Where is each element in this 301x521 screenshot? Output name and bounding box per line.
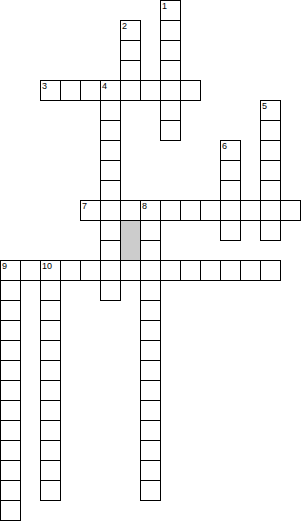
grid-cell[interactable]: 2	[120, 20, 141, 41]
grid-cell[interactable]	[260, 220, 281, 241]
grid-cell[interactable]	[100, 280, 121, 301]
grid-cell[interactable]	[180, 80, 201, 101]
grid-cell[interactable]	[160, 260, 181, 281]
grid-cell[interactable]	[140, 380, 161, 401]
grid-cell[interactable]	[220, 220, 241, 241]
grid-cell[interactable]	[260, 160, 281, 181]
grid-cell[interactable]	[80, 260, 101, 281]
grid-cell[interactable]	[260, 260, 281, 281]
grid-cell[interactable]: 1	[160, 0, 181, 21]
grid-cell[interactable]	[80, 80, 101, 101]
clue-number: 7	[82, 201, 87, 211]
grid-cell[interactable]	[100, 240, 121, 261]
grid-cell[interactable]	[200, 200, 221, 221]
grid-cell[interactable]	[180, 200, 201, 221]
grid-cell[interactable]	[40, 460, 61, 481]
grid-cell[interactable]	[0, 320, 21, 341]
grid-cell[interactable]	[220, 180, 241, 201]
grid-cell[interactable]	[220, 160, 241, 181]
grid-cell[interactable]	[40, 280, 61, 301]
grid-cell[interactable]	[160, 80, 181, 101]
grid-cell[interactable]	[260, 200, 281, 221]
grid-cell[interactable]: 3	[40, 80, 61, 101]
grid-cell[interactable]	[100, 160, 121, 181]
grid-cell[interactable]	[220, 200, 241, 221]
grid-cell[interactable]	[280, 200, 301, 221]
grid-cell[interactable]	[260, 120, 281, 141]
grid-cell[interactable]	[0, 380, 21, 401]
grid-cell[interactable]	[0, 300, 21, 321]
grid-cell[interactable]	[100, 200, 121, 221]
grid-cell[interactable]	[140, 480, 161, 501]
grid-cell[interactable]	[100, 220, 121, 241]
grid-cell[interactable]	[20, 260, 41, 281]
grid-cell[interactable]	[0, 340, 21, 361]
grid-cell[interactable]	[160, 100, 181, 121]
clue-number: 1	[162, 1, 167, 11]
grid-cell[interactable]	[40, 420, 61, 441]
grid-cell[interactable]	[100, 260, 121, 281]
grid-cell[interactable]	[140, 340, 161, 361]
grid-cell[interactable]	[140, 260, 161, 281]
grid-cell[interactable]: 6	[220, 140, 241, 161]
grid-cell[interactable]	[40, 300, 61, 321]
grid-cell[interactable]	[40, 340, 61, 361]
grid-cell[interactable]	[40, 380, 61, 401]
grid-cell[interactable]	[200, 260, 221, 281]
clue-number: 4	[102, 81, 107, 91]
grid-cell[interactable]	[100, 120, 121, 141]
grid-cell[interactable]	[140, 220, 161, 241]
grid-cell[interactable]	[60, 260, 81, 281]
grid-cell[interactable]	[240, 200, 261, 221]
grid-cell[interactable]	[140, 320, 161, 341]
grid-cell[interactable]	[220, 260, 241, 281]
grid-cell[interactable]	[0, 460, 21, 481]
grid-cell[interactable]	[260, 180, 281, 201]
shaded-cell[interactable]	[120, 220, 141, 261]
grid-cell[interactable]	[180, 260, 201, 281]
grid-cell[interactable]	[160, 120, 181, 141]
grid-cell[interactable]: 10	[40, 260, 61, 281]
grid-cell[interactable]	[160, 60, 181, 81]
grid-cell[interactable]	[0, 360, 21, 381]
grid-cell[interactable]	[140, 80, 161, 101]
grid-cell[interactable]	[40, 440, 61, 461]
grid-cell[interactable]	[140, 240, 161, 261]
grid-cell[interactable]: 5	[260, 100, 281, 121]
clue-number: 6	[222, 141, 227, 151]
grid-cell[interactable]	[140, 460, 161, 481]
grid-cell[interactable]	[120, 200, 141, 221]
grid-cell[interactable]	[240, 260, 261, 281]
grid-cell[interactable]	[120, 80, 141, 101]
grid-cell[interactable]	[40, 360, 61, 381]
crossword-board: 12345678910	[0, 0, 301, 521]
grid-cell[interactable]	[140, 300, 161, 321]
grid-cell[interactable]: 7	[80, 200, 101, 221]
clue-number: 2	[122, 21, 127, 31]
grid-cell[interactable]	[120, 260, 141, 281]
clue-number: 8	[142, 201, 147, 211]
grid-cell[interactable]	[40, 320, 61, 341]
grid-cell[interactable]	[100, 180, 121, 201]
grid-cell[interactable]	[120, 40, 141, 61]
grid-cell[interactable]	[160, 200, 181, 221]
grid-cell[interactable]	[100, 100, 121, 121]
grid-cell[interactable]	[0, 420, 21, 441]
grid-cell[interactable]	[140, 440, 161, 461]
grid-cell[interactable]	[0, 500, 21, 521]
grid-cell[interactable]: 4	[100, 80, 121, 101]
clue-number: 3	[42, 81, 47, 91]
grid-cell[interactable]	[40, 480, 61, 501]
grid-cell[interactable]	[160, 20, 181, 41]
grid-cell[interactable]	[140, 420, 161, 441]
grid-cell[interactable]	[0, 280, 21, 301]
clue-number: 5	[262, 101, 267, 111]
grid-cell[interactable]	[0, 480, 21, 501]
grid-cell[interactable]	[0, 400, 21, 421]
grid-cell[interactable]	[260, 140, 281, 161]
grid-cell[interactable]	[160, 40, 181, 61]
clue-number: 9	[2, 261, 7, 271]
grid-cell[interactable]	[0, 440, 21, 461]
grid-cell[interactable]	[140, 360, 161, 381]
grid-cell[interactable]: 9	[0, 260, 21, 281]
grid-cell[interactable]: 8	[140, 200, 161, 221]
grid-cell[interactable]	[60, 80, 81, 101]
grid-cell[interactable]	[120, 60, 141, 81]
grid-cell[interactable]	[100, 140, 121, 161]
grid-cell[interactable]	[140, 280, 161, 301]
grid-cell[interactable]	[140, 400, 161, 421]
clue-number: 10	[42, 261, 52, 271]
grid-cell[interactable]	[40, 400, 61, 421]
